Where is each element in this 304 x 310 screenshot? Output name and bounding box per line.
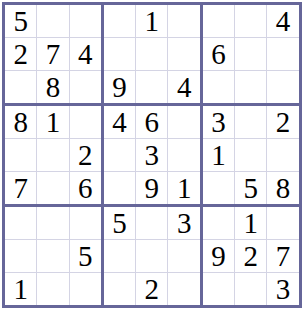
cell-r9c3-empty[interactable] [70,273,101,305]
cell-r3c6-given: 4 [168,71,199,103]
cell-r6c7-empty[interactable] [203,172,234,204]
cell-r4c2-given: 1 [37,106,68,138]
block-1-1: 52748 [5,5,101,103]
block-3-3: 19273 [203,207,299,305]
cell-r8c2-empty[interactable] [37,240,68,272]
cell-r5c9-empty[interactable] [267,139,298,171]
cell-r1c2-empty[interactable] [37,5,68,37]
cell-r8c9-given: 7 [267,240,298,272]
cell-r2c7-given: 6 [203,38,234,70]
cell-r3c2-given: 8 [37,71,68,103]
cell-r4c3-empty[interactable] [70,106,101,138]
cell-r9c4-empty[interactable] [104,273,135,305]
cell-r7c5-empty[interactable] [136,207,167,239]
cell-r1c5-given: 1 [136,5,167,37]
cell-r6c8-given: 5 [235,172,266,204]
block-2-3: 32158 [203,106,299,204]
sudoku-page: 52748194468127646391321585153219273 [0,0,304,310]
cell-r5c7-given: 1 [203,139,234,171]
cell-r8c5-empty[interactable] [136,240,167,272]
cell-r9c7-empty[interactable] [203,273,234,305]
cell-r1c7-empty[interactable] [203,5,234,37]
cell-r1c4-empty[interactable] [104,5,135,37]
cell-r1c6-empty[interactable] [168,5,199,37]
cell-r2c6-empty[interactable] [168,38,199,70]
cell-r6c5-given: 9 [136,172,167,204]
cell-r5c2-empty[interactable] [37,139,68,171]
cell-r4c7-given: 3 [203,106,234,138]
cell-r5c6-empty[interactable] [168,139,199,171]
cell-r7c6-given: 3 [168,207,199,239]
cell-r9c8-empty[interactable] [235,273,266,305]
cell-r1c1-given: 5 [5,5,36,37]
cell-r9c5-given: 2 [136,273,167,305]
cell-r1c8-empty[interactable] [235,5,266,37]
cell-r5c8-empty[interactable] [235,139,266,171]
cell-r8c3-given: 5 [70,240,101,272]
cell-r1c3-empty[interactable] [70,5,101,37]
cell-r2c5-empty[interactable] [136,38,167,70]
cell-r9c1-given: 1 [5,273,36,305]
cell-r4c5-given: 6 [136,106,167,138]
cell-r3c1-empty[interactable] [5,71,36,103]
cell-r9c9-given: 3 [267,273,298,305]
cell-r2c2-given: 7 [37,38,68,70]
cell-r2c1-given: 2 [5,38,36,70]
cell-r3c4-given: 9 [104,71,135,103]
cell-r5c1-empty[interactable] [5,139,36,171]
cell-r6c3-given: 6 [70,172,101,204]
cell-r7c4-given: 5 [104,207,135,239]
cell-r8c8-given: 2 [235,240,266,272]
cell-r7c1-empty[interactable] [5,207,36,239]
cell-r7c2-empty[interactable] [37,207,68,239]
sudoku-board: 52748194468127646391321585153219273 [2,2,302,308]
cell-r7c8-given: 1 [235,207,266,239]
cell-r7c9-empty[interactable] [267,207,298,239]
block-1-2: 194 [104,5,200,103]
cell-r6c6-given: 1 [168,172,199,204]
cell-r3c3-empty[interactable] [70,71,101,103]
cell-r6c2-empty[interactable] [37,172,68,204]
cell-r9c2-empty[interactable] [37,273,68,305]
cell-r2c9-empty[interactable] [267,38,298,70]
cell-r2c8-empty[interactable] [235,38,266,70]
cell-r7c7-empty[interactable] [203,207,234,239]
cell-r1c9-given: 4 [267,5,298,37]
cell-r7c3-empty[interactable] [70,207,101,239]
cell-r3c9-empty[interactable] [267,71,298,103]
cell-r8c1-empty[interactable] [5,240,36,272]
cell-r9c6-empty[interactable] [168,273,199,305]
cell-r4c4-given: 4 [104,106,135,138]
cell-r6c1-given: 7 [5,172,36,204]
cell-r8c7-given: 9 [203,240,234,272]
cell-r5c5-given: 3 [136,139,167,171]
cell-r4c9-given: 2 [267,106,298,138]
cell-r3c7-empty[interactable] [203,71,234,103]
cell-r8c6-empty[interactable] [168,240,199,272]
cell-r6c9-given: 8 [267,172,298,204]
block-3-1: 51 [5,207,101,305]
block-1-3: 46 [203,5,299,103]
block-3-2: 532 [104,207,200,305]
cell-r6c4-empty[interactable] [104,172,135,204]
cell-r5c4-empty[interactable] [104,139,135,171]
cell-r3c8-empty[interactable] [235,71,266,103]
cell-r5c3-given: 2 [70,139,101,171]
cell-r4c1-given: 8 [5,106,36,138]
cell-r4c6-empty[interactable] [168,106,199,138]
cell-r3c5-empty[interactable] [136,71,167,103]
cell-r8c4-empty[interactable] [104,240,135,272]
block-2-1: 81276 [5,106,101,204]
cell-r4c8-empty[interactable] [235,106,266,138]
cell-r2c3-given: 4 [70,38,101,70]
block-2-2: 46391 [104,106,200,204]
cell-r2c4-empty[interactable] [104,38,135,70]
